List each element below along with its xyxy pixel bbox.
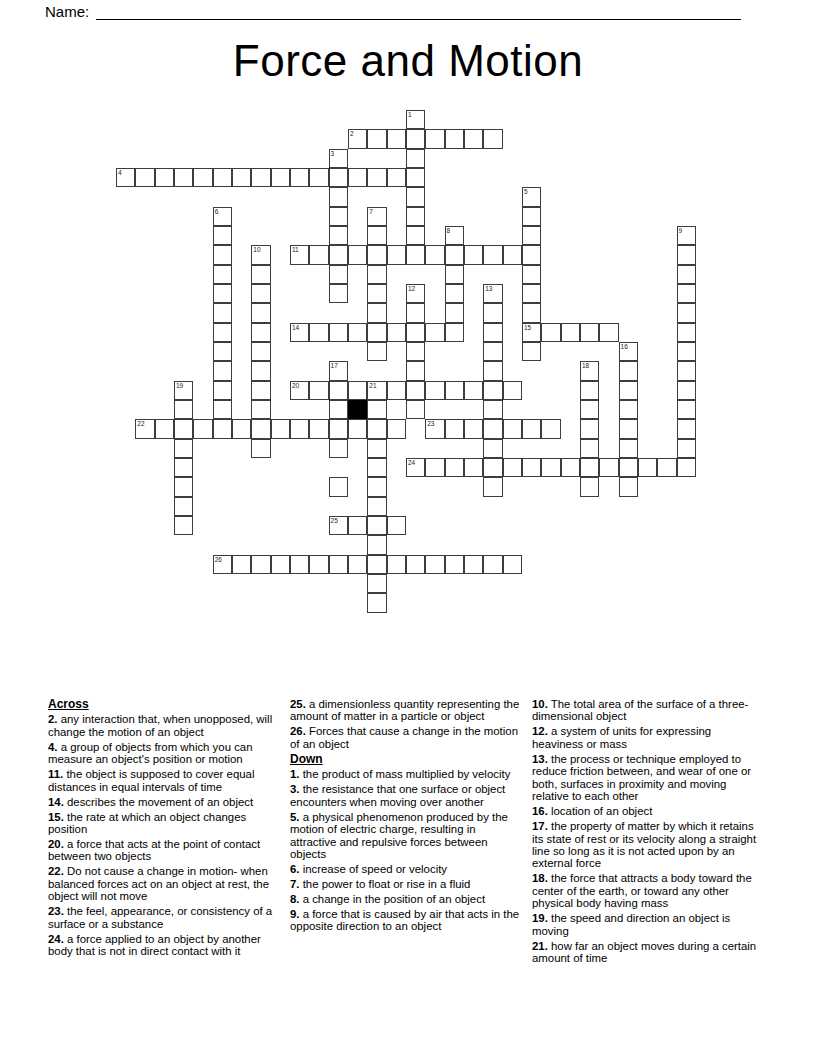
empty-space [232, 129, 251, 148]
empty-space [541, 535, 560, 554]
grid-cell[interactable] [271, 419, 290, 438]
empty-space [503, 400, 522, 419]
grid-cell[interactable] [193, 419, 212, 438]
grid-cell[interactable] [677, 458, 696, 477]
grid-cell[interactable] [445, 381, 464, 400]
grid-cell[interactable] [251, 381, 270, 400]
grid-cell[interactable] [483, 439, 502, 458]
grid-cell[interactable] [329, 187, 348, 206]
grid-cell[interactable] [213, 419, 232, 438]
empty-space [251, 516, 270, 535]
grid-cell[interactable] [329, 323, 348, 342]
grid-cell[interactable] [232, 555, 251, 574]
grid-cell[interactable] [309, 555, 328, 574]
grid-cell[interactable] [367, 497, 386, 516]
empty-space [348, 574, 367, 593]
empty-space [561, 245, 580, 264]
grid-cell[interactable] [677, 439, 696, 458]
empty-space [135, 303, 154, 322]
empty-space [522, 477, 541, 496]
grid-cell[interactable] [213, 303, 232, 322]
grid-cell[interactable] [445, 284, 464, 303]
grid-cell[interactable] [348, 419, 367, 438]
grid-cell[interactable] [329, 400, 348, 419]
grid-cell[interactable] [406, 129, 425, 148]
empty-space [155, 555, 174, 574]
empty-space [425, 284, 444, 303]
grid-cell[interactable] [213, 284, 232, 303]
grid-cell[interactable] [174, 497, 193, 516]
grid-cell[interactable] [561, 323, 580, 342]
grid-cell[interactable] [619, 439, 638, 458]
empty-space [483, 187, 502, 206]
grid-cell[interactable] [503, 419, 522, 438]
grid-cell[interactable] [406, 207, 425, 226]
grid-cell[interactable] [251, 168, 270, 187]
grid-cell[interactable] [135, 168, 154, 187]
empty-space [213, 129, 232, 148]
grid-cell[interactable] [367, 419, 386, 438]
grid-cell[interactable] [251, 555, 270, 574]
empty-space [174, 265, 193, 284]
grid-cell[interactable] [213, 245, 232, 264]
grid-cell[interactable] [522, 419, 541, 438]
grid-cell[interactable] [677, 419, 696, 438]
grid-cell[interactable] [271, 555, 290, 574]
grid-cell[interactable] [406, 187, 425, 206]
grid-cell[interactable] [657, 458, 676, 477]
empty-space [638, 129, 657, 148]
grid-cell[interactable] [522, 245, 541, 264]
grid-cell[interactable] [425, 129, 444, 148]
empty-space [135, 323, 154, 342]
grid-cell[interactable] [619, 458, 638, 477]
grid-cell[interactable] [329, 226, 348, 245]
grid-cell[interactable] [406, 303, 425, 322]
grid-cell[interactable]: 7 [367, 207, 386, 226]
grid-cell[interactable] [329, 381, 348, 400]
grid-cell[interactable] [445, 303, 464, 322]
clue-item: 4. a group of objects from which you can… [48, 741, 278, 766]
grid-cell[interactable]: 25 [329, 516, 348, 535]
grid-cell[interactable] [367, 516, 386, 535]
empty-space [619, 303, 638, 322]
empty-space [464, 574, 483, 593]
grid-cell[interactable]: 15 [522, 323, 541, 342]
grid-cell[interactable] [522, 303, 541, 322]
grid-cell[interactable] [348, 245, 367, 264]
grid-cell[interactable] [464, 419, 483, 438]
grid-cell[interactable] [619, 477, 638, 496]
grid-cell[interactable] [677, 265, 696, 284]
grid-cell[interactable] [425, 381, 444, 400]
grid-cell[interactable] [445, 419, 464, 438]
empty-space [193, 342, 212, 361]
grid-cell[interactable] [541, 458, 560, 477]
grid-cell[interactable]: 6 [213, 207, 232, 226]
grid-cell[interactable] [367, 593, 386, 612]
grid-cell[interactable] [580, 439, 599, 458]
grid-cell[interactable] [213, 342, 232, 361]
empty-space [425, 593, 444, 612]
name-input-line[interactable] [96, 3, 741, 20]
grid-cell[interactable] [522, 226, 541, 245]
grid-cell[interactable] [309, 381, 328, 400]
grid-cell[interactable] [580, 477, 599, 496]
grid-cell[interactable] [619, 361, 638, 380]
grid-cell[interactable] [367, 323, 386, 342]
grid-cell[interactable] [483, 245, 502, 264]
grid-cell[interactable] [580, 458, 599, 477]
grid-cell[interactable] [445, 458, 464, 477]
grid-cell[interactable] [483, 555, 502, 574]
grid-cell[interactable] [406, 400, 425, 419]
grid-cell[interactable] [483, 458, 502, 477]
empty-space [638, 419, 657, 438]
grid-cell[interactable] [367, 245, 386, 264]
grid-cell[interactable] [251, 400, 270, 419]
grid-cell[interactable] [406, 149, 425, 168]
grid-cell[interactable]: 26 [213, 555, 232, 574]
grid-cell[interactable] [174, 400, 193, 419]
grid-cell[interactable] [445, 265, 464, 284]
grid-cell[interactable] [329, 439, 348, 458]
grid-cell[interactable] [445, 129, 464, 148]
grid-cell[interactable] [174, 419, 193, 438]
empty-space [174, 226, 193, 245]
grid-cell[interactable]: 12 [406, 284, 425, 303]
grid-cell[interactable] [213, 400, 232, 419]
clue-number: 14 [292, 324, 299, 331]
grid-cell[interactable] [464, 129, 483, 148]
grid-cell[interactable] [155, 168, 174, 187]
grid-cell[interactable] [677, 361, 696, 380]
empty-space [541, 361, 560, 380]
grid-cell[interactable] [348, 168, 367, 187]
grid-cell[interactable] [329, 555, 348, 574]
grid-cell[interactable]: 5 [522, 187, 541, 206]
empty-space [135, 361, 154, 380]
empty-space [290, 574, 309, 593]
grid-cell[interactable] [677, 323, 696, 342]
grid-cell[interactable] [251, 361, 270, 380]
empty-space [232, 303, 251, 322]
grid-cell[interactable] [522, 342, 541, 361]
grid-cell[interactable] [251, 284, 270, 303]
grid-cell[interactable] [290, 419, 309, 438]
grid-cell[interactable] [464, 381, 483, 400]
empty-space [657, 265, 676, 284]
empty-space [135, 265, 154, 284]
grid-cell[interactable] [406, 555, 425, 574]
empty-space [599, 574, 618, 593]
grid-cell[interactable] [677, 303, 696, 322]
grid-cell[interactable] [367, 439, 386, 458]
grid-cell[interactable]: 1 [406, 110, 425, 129]
grid-cell[interactable] [541, 419, 560, 438]
clue-item-number: 5. [290, 811, 300, 823]
empty-space [541, 284, 560, 303]
empty-space [155, 361, 174, 380]
empty-space [135, 516, 154, 535]
grid-cell[interactable] [367, 574, 386, 593]
empty-space [677, 129, 696, 148]
grid-cell[interactable] [483, 361, 502, 380]
empty-space [387, 535, 406, 554]
grid-cell[interactable] [619, 381, 638, 400]
grid-cell[interactable] [290, 555, 309, 574]
grid-cell[interactable] [483, 303, 502, 322]
grid-cell[interactable] [213, 265, 232, 284]
empty-space [309, 497, 328, 516]
grid-cell[interactable] [522, 207, 541, 226]
grid-cell[interactable]: 13 [483, 284, 502, 303]
grid-cell[interactable]: 14 [290, 323, 309, 342]
grid-cell[interactable] [329, 168, 348, 187]
grid-cell[interactable] [329, 265, 348, 284]
grid-cell[interactable] [387, 555, 406, 574]
empty-space [135, 245, 154, 264]
grid-cell[interactable] [213, 168, 232, 187]
empty-space [657, 497, 676, 516]
grid-cell[interactable]: 9 [677, 226, 696, 245]
empty-space [387, 110, 406, 129]
grid-cell[interactable] [445, 323, 464, 342]
grid-cell[interactable] [580, 381, 599, 400]
grid-cell[interactable] [213, 226, 232, 245]
grid-cell[interactable] [445, 245, 464, 264]
grid-cell[interactable] [464, 458, 483, 477]
grid-cell[interactable] [367, 535, 386, 554]
clue-item-number: 7. [290, 878, 300, 890]
grid-cell[interactable] [677, 381, 696, 400]
grid-cell[interactable] [251, 323, 270, 342]
grid-cell[interactable] [522, 265, 541, 284]
grid-cell[interactable] [329, 284, 348, 303]
grid-cell[interactable] [425, 458, 444, 477]
empty-space [213, 458, 232, 477]
empty-space [619, 574, 638, 593]
empty-space [271, 477, 290, 496]
grid-cell[interactable] [329, 207, 348, 226]
grid-cell[interactable] [329, 245, 348, 264]
grid-cell[interactable] [425, 323, 444, 342]
grid-cell[interactable] [619, 400, 638, 419]
grid-cell[interactable] [677, 284, 696, 303]
grid-cell[interactable] [367, 342, 386, 361]
grid-cell[interactable]: 16 [619, 342, 638, 361]
grid-cell[interactable] [483, 381, 502, 400]
empty-space [599, 110, 618, 129]
grid-cell[interactable]: 11 [290, 245, 309, 264]
empty-space [387, 574, 406, 593]
empty-space [232, 323, 251, 342]
empty-space [638, 593, 657, 612]
grid-cell[interactable] [387, 323, 406, 342]
grid-cell[interactable] [580, 419, 599, 438]
grid-cell[interactable] [406, 168, 425, 187]
grid-cell[interactable] [329, 419, 348, 438]
grid-cell[interactable] [174, 516, 193, 535]
grid-cell[interactable] [677, 245, 696, 264]
clue-number: 23 [427, 420, 434, 427]
grid-cell[interactable] [213, 323, 232, 342]
grid-cell[interactable] [503, 555, 522, 574]
empty-space [116, 516, 135, 535]
grid-cell[interactable] [638, 458, 657, 477]
empty-space [425, 477, 444, 496]
grid-cell[interactable] [367, 400, 386, 419]
grid-cell[interactable] [599, 323, 618, 342]
grid-cell[interactable] [251, 342, 270, 361]
grid-cell[interactable] [619, 419, 638, 438]
grid-cell[interactable] [348, 381, 367, 400]
grid-cell[interactable]: 17 [329, 361, 348, 380]
grid-cell[interactable] [309, 168, 328, 187]
empty-space [329, 497, 348, 516]
grid-cell[interactable] [483, 419, 502, 438]
empty-space [657, 284, 676, 303]
grid-cell[interactable] [387, 516, 406, 535]
clue-item: 12. a system of units for expressing hea… [532, 725, 762, 750]
grid-cell[interactable] [309, 245, 328, 264]
empty-space [657, 110, 676, 129]
empty-space [348, 535, 367, 554]
grid-cell[interactable] [483, 477, 502, 496]
empty-space [232, 226, 251, 245]
grid-cell[interactable] [174, 168, 193, 187]
grid-cell[interactable] [580, 400, 599, 419]
empty-space [541, 303, 560, 322]
grid-cell[interactable]: 8 [445, 226, 464, 245]
empty-space [232, 593, 251, 612]
empty-space [116, 593, 135, 612]
grid-cell[interactable] [464, 245, 483, 264]
grid-cell[interactable]: 10 [251, 245, 270, 264]
grid-cell[interactable] [406, 245, 425, 264]
grid-cell[interactable] [174, 477, 193, 496]
empty-space [657, 400, 676, 419]
grid-cell[interactable] [367, 303, 386, 322]
grid-cell[interactable] [406, 226, 425, 245]
grid-cell[interactable] [309, 419, 328, 438]
grid-cell[interactable]: 20 [290, 381, 309, 400]
grid-cell[interactable] [367, 284, 386, 303]
grid-cell[interactable] [232, 168, 251, 187]
grid-cell[interactable] [464, 555, 483, 574]
grid-cell[interactable] [367, 226, 386, 245]
grid-cell[interactable] [387, 419, 406, 438]
grid-cell[interactable] [367, 477, 386, 496]
grid-cell[interactable]: 22 [135, 419, 154, 438]
empty-space [445, 361, 464, 380]
clue-number: 21 [369, 382, 376, 389]
grid-cell[interactable] [271, 168, 290, 187]
grid-cell[interactable] [406, 342, 425, 361]
grid-cell[interactable] [232, 419, 251, 438]
grid-cell[interactable] [387, 381, 406, 400]
grid-cell[interactable] [522, 284, 541, 303]
grid-cell[interactable] [387, 168, 406, 187]
grid-cell[interactable] [290, 168, 309, 187]
grid-cell[interactable] [503, 381, 522, 400]
empty-space [580, 342, 599, 361]
empty-space [193, 303, 212, 322]
grid-cell[interactable] [503, 458, 522, 477]
grid-cell[interactable] [425, 555, 444, 574]
empty-space [522, 361, 541, 380]
grid-cell[interactable] [483, 323, 502, 342]
empty-space [174, 187, 193, 206]
grid-cell[interactable] [406, 361, 425, 380]
grid-cell[interactable] [367, 265, 386, 284]
grid-cell[interactable] [251, 419, 270, 438]
grid-cell[interactable] [580, 323, 599, 342]
grid-cell[interactable] [367, 129, 386, 148]
empty-space [638, 284, 657, 303]
grid-cell[interactable] [677, 400, 696, 419]
grid-cell[interactable] [541, 323, 560, 342]
grid-cell[interactable]: 19 [174, 381, 193, 400]
empty-space [232, 477, 251, 496]
grid-cell[interactable] [193, 168, 212, 187]
grid-cell[interactable]: 3 [329, 149, 348, 168]
empty-space [561, 303, 580, 322]
grid-cell[interactable] [251, 265, 270, 284]
grid-cell[interactable] [387, 129, 406, 148]
grid-cell[interactable] [483, 342, 502, 361]
grid-cell[interactable] [174, 439, 193, 458]
grid-cell[interactable] [309, 323, 328, 342]
empty-space [599, 284, 618, 303]
grid-cell[interactable] [445, 555, 464, 574]
grid-cell[interactable] [213, 381, 232, 400]
grid-cell[interactable]: 18 [580, 361, 599, 380]
grid-cell[interactable] [348, 323, 367, 342]
grid-cell[interactable] [251, 439, 270, 458]
grid-cell[interactable] [329, 477, 348, 496]
grid-cell[interactable]: 2 [348, 129, 367, 148]
grid-cell[interactable] [174, 458, 193, 477]
grid-cell[interactable] [213, 361, 232, 380]
grid-cell[interactable] [483, 400, 502, 419]
grid-cell[interactable] [425, 245, 444, 264]
grid-cell[interactable] [348, 516, 367, 535]
empty-space [251, 149, 270, 168]
grid-cell[interactable] [522, 458, 541, 477]
grid-cell[interactable] [155, 419, 174, 438]
grid-cell[interactable] [251, 303, 270, 322]
grid-cell[interactable] [406, 381, 425, 400]
empty-space [425, 187, 444, 206]
grid-cell[interactable] [483, 129, 502, 148]
grid-cell[interactable] [503, 245, 522, 264]
grid-cell[interactable] [367, 168, 386, 187]
grid-cell[interactable] [677, 342, 696, 361]
grid-cell[interactable]: 23 [425, 419, 444, 438]
grid-cell[interactable] [561, 458, 580, 477]
grid-cell[interactable] [367, 555, 386, 574]
grid-cell[interactable] [599, 458, 618, 477]
grid-cell[interactable]: 24 [406, 458, 425, 477]
grid-cell[interactable] [387, 245, 406, 264]
grid-cell[interactable]: 4 [116, 168, 135, 187]
grid-cell[interactable]: 21 [367, 381, 386, 400]
empty-space [425, 342, 444, 361]
grid-cell[interactable] [367, 458, 386, 477]
grid-cell[interactable] [406, 323, 425, 342]
grid-cell[interactable] [348, 555, 367, 574]
